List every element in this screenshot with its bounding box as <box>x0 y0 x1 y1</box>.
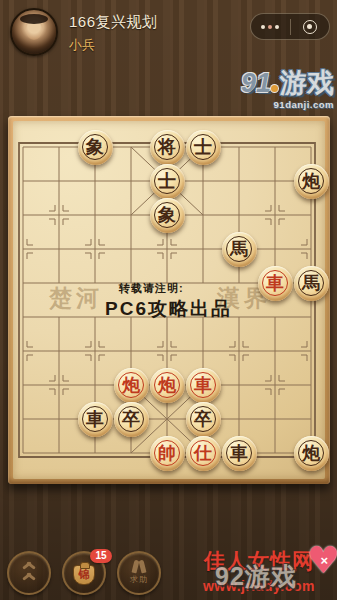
piece-ring: 象 <box>154 202 180 228</box>
piece-black-soldier[interactable]: 卒 <box>186 402 221 437</box>
praying-hands-icon <box>131 561 147 573</box>
piece-ring: 炮 <box>154 372 180 398</box>
piece-ring: 馬 <box>298 270 324 296</box>
piece-black-advisor[interactable]: 士 <box>150 164 185 199</box>
piece-character: 車 <box>194 376 212 394</box>
board-grid: 象将士士炮象馬車馬炮炮車車卒卒帥仕車炮 <box>5 130 329 470</box>
app-screen: 166复兴规划 小兵 91游戏 91danji.com 楚河 漢界 象将士士炮象… <box>0 0 337 600</box>
piece-ring: 炮 <box>298 168 324 194</box>
piece-black-chariot[interactable]: 車 <box>78 402 113 437</box>
piece-red-cannon[interactable]: 炮 <box>150 368 185 403</box>
collapse-button[interactable] <box>7 551 51 595</box>
piece-character: 車 <box>86 410 104 428</box>
piece-character: 炮 <box>302 172 320 190</box>
piece-character: 卒 <box>194 410 212 428</box>
piece-ring: 車 <box>82 406 108 432</box>
piece-red-chariot[interactable]: 車 <box>258 266 293 301</box>
piece-character: 象 <box>158 206 176 224</box>
piece-character: 炮 <box>302 444 320 462</box>
hint-bag-button[interactable]: 锦 15 <box>62 551 106 595</box>
piece-ring: 士 <box>190 134 216 160</box>
piece-character: 車 <box>230 444 248 462</box>
piece-character: 将 <box>158 138 176 156</box>
footer-bar: 锦 15 求助 <box>0 534 337 600</box>
hint-count-badge: 15 <box>90 549 112 563</box>
piece-ring: 仕 <box>190 440 216 466</box>
piece-black-chariot[interactable]: 車 <box>222 436 257 471</box>
piece-black-horse[interactable]: 馬 <box>222 232 257 267</box>
piece-red-king[interactable]: 帥 <box>150 436 185 471</box>
piece-ring: 士 <box>154 168 180 194</box>
piece-red-advisor[interactable]: 仕 <box>186 436 221 471</box>
ask-help-button[interactable]: 求助 <box>117 551 161 595</box>
piece-ring: 将 <box>154 134 180 160</box>
piece-character: 士 <box>158 172 176 190</box>
piece-character: 仕 <box>194 444 212 462</box>
chevron-up-icon <box>22 564 36 571</box>
piece-black-cannon[interactable]: 炮 <box>294 164 329 199</box>
piece-character: 帥 <box>158 444 176 462</box>
chevron-up-icon <box>22 575 36 582</box>
piece-black-cannon[interactable]: 炮 <box>294 436 329 471</box>
piece-character: 炮 <box>158 376 176 394</box>
piece-character: 士 <box>194 138 212 156</box>
piece-black-elephant[interactable]: 象 <box>78 130 113 165</box>
piece-black-elephant[interactable]: 象 <box>150 198 185 233</box>
logo-dot-icon <box>271 85 278 92</box>
avatar <box>10 8 58 56</box>
piece-character: 車 <box>266 274 284 292</box>
piece-black-general[interactable]: 将 <box>150 130 185 165</box>
ellipsis-icon <box>261 25 279 29</box>
piece-ring: 車 <box>190 372 216 398</box>
piece-character: 馬 <box>302 274 320 292</box>
piece-ring: 卒 <box>118 406 144 432</box>
piece-black-horse[interactable]: 馬 <box>294 266 329 301</box>
close-minimize-button[interactable] <box>291 14 330 39</box>
watermark-91games: 91游戏 91danji.com <box>241 70 334 110</box>
piece-red-cannon[interactable]: 炮 <box>114 368 149 403</box>
piece-red-chariot[interactable]: 車 <box>186 368 221 403</box>
watermark-91-url: 91danji.com <box>241 100 334 110</box>
piece-ring: 卒 <box>190 406 216 432</box>
board[interactable]: 楚河 漢界 象将士士炮象馬車馬炮炮車車卒卒帥仕車炮 <box>5 130 329 470</box>
piece-character: 象 <box>86 138 104 156</box>
money-bag-icon: 锦 <box>73 565 95 585</box>
piece-character: 馬 <box>230 240 248 258</box>
level-title: 166复兴规划 <box>69 13 158 32</box>
header: 166复兴规划 小兵 <box>0 0 337 62</box>
piece-black-advisor[interactable]: 士 <box>186 130 221 165</box>
more-menu-button[interactable] <box>251 14 290 39</box>
piece-ring: 炮 <box>118 372 144 398</box>
wechat-capsule <box>250 13 330 40</box>
piece-ring: 帥 <box>154 440 180 466</box>
piece-character: 卒 <box>122 410 140 428</box>
circle-dot-icon <box>303 20 317 34</box>
piece-ring: 車 <box>262 270 288 296</box>
rank-label: 小兵 <box>69 36 95 54</box>
piece-black-soldier[interactable]: 卒 <box>114 402 149 437</box>
help-label: 求助 <box>130 574 148 585</box>
piece-character: 炮 <box>122 376 140 394</box>
piece-ring: 象 <box>82 134 108 160</box>
piece-ring: 馬 <box>226 236 252 262</box>
piece-ring: 車 <box>226 440 252 466</box>
piece-ring: 炮 <box>298 440 324 466</box>
